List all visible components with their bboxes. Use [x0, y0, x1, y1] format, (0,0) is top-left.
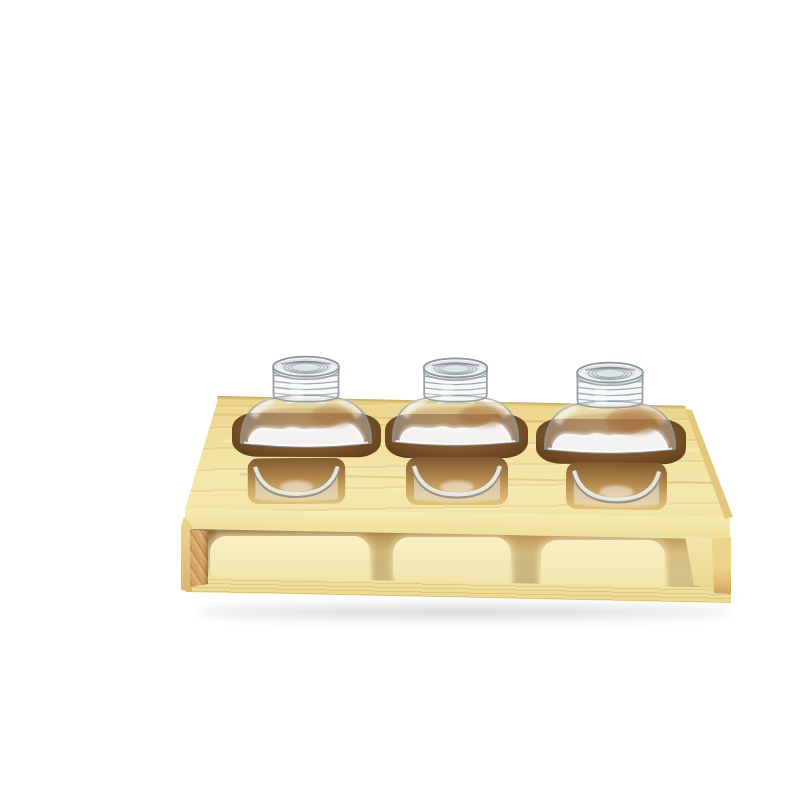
- tray-cutout-2: [405, 456, 509, 506]
- slot-light-patch-2: [393, 537, 511, 583]
- product-photo-scene: Studio product photo on a white backgrou…: [40, 16, 800, 800]
- slot-light-patch-1: [210, 536, 370, 581]
- tray-cutout-3: [565, 460, 669, 511]
- glass-jar-2: [389, 355, 522, 453]
- glass-jar-3: [541, 361, 679, 459]
- slot-divider-2: [513, 534, 539, 590]
- slot-light-patch-3: [541, 540, 665, 585]
- slot-divider-1: [372, 532, 394, 588]
- tray-cutout-1: [244, 457, 349, 506]
- tray-right-end-face: [712, 535, 733, 597]
- glass-jar-1: [237, 355, 375, 453]
- tray-left-end-grain: [190, 526, 209, 589]
